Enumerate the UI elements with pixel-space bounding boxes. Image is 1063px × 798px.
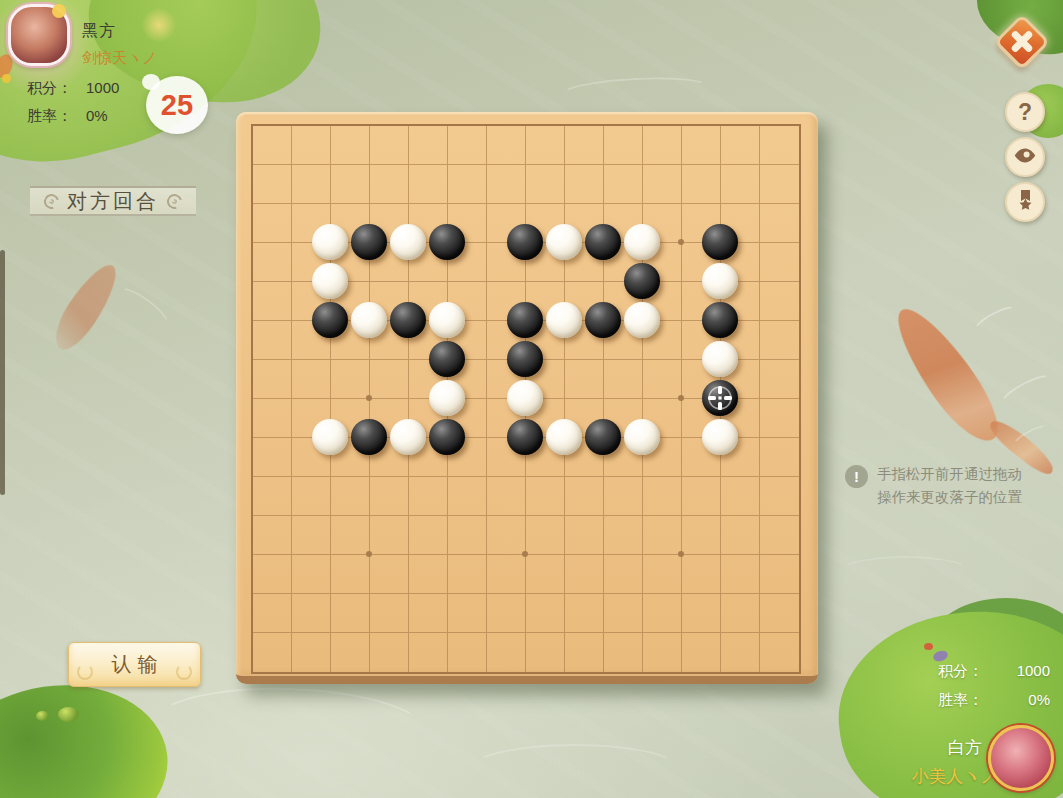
drag-hint-text: 手指松开前开通过拖动 操作来更改落子的位置: [877, 463, 1022, 510]
white-stone: [546, 302, 582, 338]
star-point: [366, 395, 372, 401]
white-stone: [351, 302, 387, 338]
lily-pad-bottom-left: [0, 671, 178, 798]
white-stone: [390, 224, 426, 260]
score-label: 积分：: [938, 662, 983, 681]
winrate-value: 0%: [86, 107, 108, 126]
black-stone: [624, 263, 660, 299]
medal-icon: [1016, 189, 1035, 216]
water-ripple: [149, 683, 432, 777]
black-winrate-row: 胜率： 0%: [27, 107, 108, 126]
white-stone: [312, 263, 348, 299]
white-stone: [429, 380, 465, 416]
help-button[interactable]: ?: [1005, 92, 1045, 132]
turn-banner: 对方回合: [30, 186, 196, 216]
star-point: [366, 551, 372, 557]
drag-hint-line2: 操作来更改落子的位置: [877, 486, 1022, 509]
water-drop: [36, 711, 49, 721]
score-value: 1000: [86, 79, 119, 98]
medal-button[interactable]: [1005, 182, 1045, 222]
water-ripple: [971, 302, 1021, 339]
black-stone: [390, 302, 426, 338]
white-stone: [702, 263, 738, 299]
score-label: 积分：: [27, 79, 72, 98]
black-score-row: 积分： 1000: [27, 79, 119, 98]
black-stone: [702, 224, 738, 260]
white-stone: [624, 224, 660, 260]
drag-hint: ! 手指松开前开通过拖动 操作来更改落子的位置: [845, 463, 1057, 510]
black-side-label: 黑方: [82, 21, 116, 42]
winrate-label: 胜率：: [938, 691, 983, 710]
star-point: [678, 395, 684, 401]
spectate-eye-button[interactable]: [1005, 137, 1045, 177]
white-stone: [624, 419, 660, 455]
score-value: 1000: [1017, 662, 1050, 681]
winrate-label: 胜率：: [27, 107, 72, 126]
star-point: [678, 239, 684, 245]
avatar-frame-moon-icon: [52, 4, 66, 18]
black-stone: [585, 302, 621, 338]
black-stone: [429, 341, 465, 377]
white-stone: [507, 380, 543, 416]
white-winrate-row: 胜率： 0%: [938, 691, 1050, 710]
timer-seconds: 25: [161, 89, 193, 122]
white-stone: [546, 224, 582, 260]
water-drop: [58, 707, 79, 722]
close-button[interactable]: [998, 18, 1046, 66]
black-stone: [507, 341, 543, 377]
white-stone: [390, 419, 426, 455]
water-ripple: [997, 369, 1057, 412]
turn-timer-bubble: 25: [146, 76, 208, 134]
black-stone: [585, 224, 621, 260]
black-stone: [507, 419, 543, 455]
gomoku-board: [236, 112, 818, 684]
white-stone: [702, 341, 738, 377]
question-mark-icon: ?: [1018, 99, 1032, 126]
black-stone: [429, 419, 465, 455]
winrate-value: 0%: [1028, 691, 1050, 710]
white-score-row: 积分： 1000: [938, 662, 1050, 681]
lotus-stamen: [2, 74, 11, 83]
white-stone: [429, 302, 465, 338]
water-ripple: [112, 282, 174, 335]
black-stone: [507, 302, 543, 338]
petal-speck: [924, 643, 933, 650]
black-stone: [351, 224, 387, 260]
eye-icon: [1014, 148, 1036, 167]
stones-layer: [252, 125, 800, 673]
resign-label: 认输: [106, 651, 164, 678]
white-stone: [702, 419, 738, 455]
moon-dot: [142, 8, 176, 42]
water-ripple: [840, 556, 970, 586]
drag-hint-line1: 手指松开前开通过拖动: [877, 463, 1022, 486]
branch-shadow-left: [0, 250, 5, 495]
avatar-white-player[interactable]: [988, 725, 1054, 791]
black-stone: [429, 224, 465, 260]
white-stone: [312, 419, 348, 455]
black-stone: [585, 419, 621, 455]
star-point: [522, 551, 528, 557]
exclamation-icon: !: [845, 465, 868, 488]
resign-button[interactable]: 认输: [68, 642, 201, 687]
black-player-name: 剑惊天ヽノ: [82, 49, 157, 68]
black-stone: [702, 302, 738, 338]
water-ripple: [559, 74, 710, 108]
star-point: [678, 551, 684, 557]
white-side-label: 白方: [948, 736, 982, 759]
cloud-curl-icon: [41, 191, 61, 211]
game-screen: 黑方 剑惊天ヽノ 积分： 1000 胜率： 0% 25 对方回合 ? !: [0, 0, 1063, 798]
black-stone: [312, 302, 348, 338]
cloud-curl-icon: [164, 191, 184, 211]
white-player-name: 小美人ヽノ: [912, 765, 997, 788]
turn-banner-text: 对方回合: [67, 188, 159, 215]
black-stone: [507, 224, 543, 260]
white-stone: [312, 224, 348, 260]
white-stone: [624, 302, 660, 338]
koi-fish-left: [46, 257, 126, 357]
white-stone: [546, 419, 582, 455]
black-stone: [351, 419, 387, 455]
water-ripple: [470, 744, 680, 794]
pending-stone-crosshair[interactable]: [702, 380, 738, 416]
